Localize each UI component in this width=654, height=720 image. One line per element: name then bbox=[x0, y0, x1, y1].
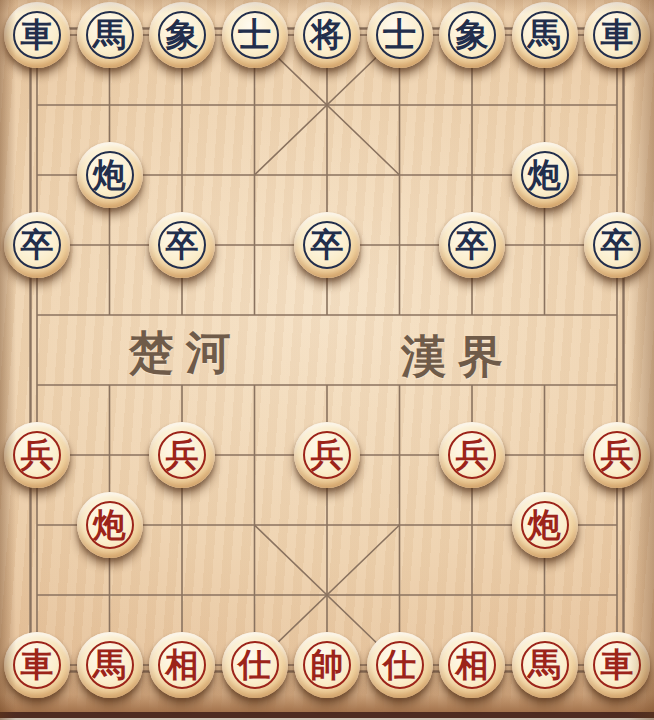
red-elephant[interactable]: 相 bbox=[439, 632, 505, 698]
piece-face: 帥 bbox=[303, 641, 351, 689]
piece-glyph: 象 bbox=[166, 18, 199, 51]
black-cannon[interactable]: 炮 bbox=[77, 142, 143, 208]
piece-glyph: 馬 bbox=[93, 648, 126, 681]
red-soldier[interactable]: 兵 bbox=[4, 422, 70, 488]
piece-glyph: 炮 bbox=[528, 158, 561, 191]
black-elephant[interactable]: 象 bbox=[439, 2, 505, 68]
piece-glyph: 相 bbox=[456, 648, 489, 681]
piece-face: 馬 bbox=[86, 641, 134, 689]
piece-glyph: 兵 bbox=[601, 438, 634, 471]
piece-glyph: 炮 bbox=[93, 158, 126, 191]
piece-face: 象 bbox=[158, 11, 206, 59]
red-advisor[interactable]: 仕 bbox=[367, 632, 433, 698]
black-soldier[interactable]: 卒 bbox=[294, 212, 360, 278]
piece-face: 炮 bbox=[521, 151, 569, 199]
piece-face: 兵 bbox=[303, 431, 351, 479]
black-chariot[interactable]: 車 bbox=[4, 2, 70, 68]
piece-glyph: 卒 bbox=[601, 228, 634, 261]
red-soldier[interactable]: 兵 bbox=[294, 422, 360, 488]
piece-face: 卒 bbox=[448, 221, 496, 269]
piece-glyph: 士 bbox=[383, 18, 416, 51]
piece-face: 卒 bbox=[13, 221, 61, 269]
piece-glyph: 将 bbox=[311, 18, 344, 51]
red-general[interactable]: 帥 bbox=[294, 632, 360, 698]
piece-glyph: 相 bbox=[166, 648, 199, 681]
piece-face: 炮 bbox=[521, 501, 569, 549]
piece-glyph: 炮 bbox=[528, 508, 561, 541]
piece-glyph: 卒 bbox=[311, 228, 344, 261]
piece-glyph: 兵 bbox=[21, 438, 54, 471]
piece-glyph: 卒 bbox=[21, 228, 54, 261]
piece-face: 車 bbox=[13, 11, 61, 59]
red-elephant[interactable]: 相 bbox=[149, 632, 215, 698]
red-cannon[interactable]: 炮 bbox=[512, 492, 578, 558]
black-advisor[interactable]: 士 bbox=[367, 2, 433, 68]
red-soldier[interactable]: 兵 bbox=[149, 422, 215, 488]
black-general[interactable]: 将 bbox=[294, 2, 360, 68]
piece-glyph: 馬 bbox=[528, 648, 561, 681]
piece-glyph: 兵 bbox=[456, 438, 489, 471]
xiangqi-board: 楚河 漢界 車馬象士将士象馬車炮炮卒卒卒卒卒兵兵兵兵兵炮炮車馬相仕帥仕相馬車 bbox=[0, 0, 654, 720]
piece-face: 卒 bbox=[593, 221, 641, 269]
piece-glyph: 馬 bbox=[93, 18, 126, 51]
piece-glyph: 卒 bbox=[456, 228, 489, 261]
piece-face: 卒 bbox=[303, 221, 351, 269]
red-chariot[interactable]: 車 bbox=[4, 632, 70, 698]
red-horse[interactable]: 馬 bbox=[512, 632, 578, 698]
red-soldier[interactable]: 兵 bbox=[584, 422, 650, 488]
piece-glyph: 車 bbox=[601, 18, 634, 51]
piece-face: 士 bbox=[231, 11, 279, 59]
piece-face: 馬 bbox=[521, 641, 569, 689]
red-cannon[interactable]: 炮 bbox=[77, 492, 143, 558]
piece-glyph: 仕 bbox=[383, 648, 416, 681]
piece-face: 仕 bbox=[231, 641, 279, 689]
red-advisor[interactable]: 仕 bbox=[222, 632, 288, 698]
piece-glyph: 車 bbox=[21, 648, 54, 681]
black-horse[interactable]: 馬 bbox=[512, 2, 578, 68]
piece-glyph: 兵 bbox=[166, 438, 199, 471]
red-soldier[interactable]: 兵 bbox=[439, 422, 505, 488]
piece-glyph: 馬 bbox=[528, 18, 561, 51]
black-advisor[interactable]: 士 bbox=[222, 2, 288, 68]
piece-face: 将 bbox=[303, 11, 351, 59]
black-soldier[interactable]: 卒 bbox=[149, 212, 215, 278]
piece-face: 車 bbox=[593, 11, 641, 59]
piece-face: 卒 bbox=[158, 221, 206, 269]
piece-glyph: 仕 bbox=[238, 648, 271, 681]
black-soldier[interactable]: 卒 bbox=[439, 212, 505, 278]
piece-face: 相 bbox=[448, 641, 496, 689]
piece-glyph: 卒 bbox=[166, 228, 199, 261]
piece-face: 象 bbox=[448, 11, 496, 59]
piece-glyph: 車 bbox=[601, 648, 634, 681]
piece-glyph: 帥 bbox=[311, 648, 344, 681]
red-chariot[interactable]: 車 bbox=[584, 632, 650, 698]
piece-face: 兵 bbox=[13, 431, 61, 479]
black-horse[interactable]: 馬 bbox=[77, 2, 143, 68]
piece-face: 相 bbox=[158, 641, 206, 689]
piece-face: 炮 bbox=[86, 501, 134, 549]
piece-face: 車 bbox=[13, 641, 61, 689]
black-chariot[interactable]: 車 bbox=[584, 2, 650, 68]
black-soldier[interactable]: 卒 bbox=[4, 212, 70, 278]
piece-face: 炮 bbox=[86, 151, 134, 199]
piece-face: 士 bbox=[376, 11, 424, 59]
red-horse[interactable]: 馬 bbox=[77, 632, 143, 698]
pieces-layer: 車馬象士将士象馬車炮炮卒卒卒卒卒兵兵兵兵兵炮炮車馬相仕帥仕相馬車 bbox=[0, 0, 654, 720]
piece-face: 車 bbox=[593, 641, 641, 689]
piece-face: 馬 bbox=[86, 11, 134, 59]
black-soldier[interactable]: 卒 bbox=[584, 212, 650, 278]
piece-face: 馬 bbox=[521, 11, 569, 59]
piece-glyph: 車 bbox=[21, 18, 54, 51]
black-cannon[interactable]: 炮 bbox=[512, 142, 578, 208]
piece-glyph: 炮 bbox=[93, 508, 126, 541]
piece-face: 仕 bbox=[376, 641, 424, 689]
piece-glyph: 象 bbox=[456, 18, 489, 51]
piece-face: 兵 bbox=[158, 431, 206, 479]
piece-face: 兵 bbox=[593, 431, 641, 479]
piece-glyph: 士 bbox=[238, 18, 271, 51]
piece-glyph: 兵 bbox=[311, 438, 344, 471]
piece-face: 兵 bbox=[448, 431, 496, 479]
black-elephant[interactable]: 象 bbox=[149, 2, 215, 68]
